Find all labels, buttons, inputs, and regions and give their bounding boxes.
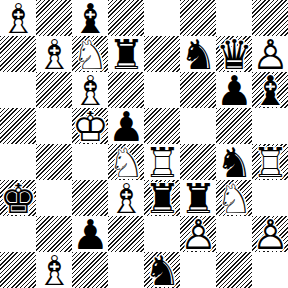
piece-halo: ♟ [252,217,288,252]
square-g1[interactable] [216,252,252,288]
square-c2[interactable]: ♟♟ [72,216,108,252]
square-f7[interactable]: ♞♞ [180,36,216,72]
square-h6[interactable]: ♝♝ [252,72,288,108]
square-e4[interactable]: ♜♖ [144,144,180,180]
square-b7[interactable]: ♝♗ [36,36,72,72]
square-g4[interactable]: ♞♞ [216,144,252,180]
piece-black-knight: ♞ [180,37,216,72]
square-c1[interactable] [72,252,108,288]
piece-halo: ♞ [216,181,252,216]
piece-white-bishop: ♗ [108,181,144,216]
piece-white-pawn: ♙ [252,37,288,72]
square-g3[interactable]: ♞♘ [216,180,252,216]
square-g8[interactable] [216,0,252,36]
square-e8[interactable] [144,0,180,36]
square-e5[interactable] [144,108,180,144]
piece-black-rook: ♜ [180,181,216,216]
square-f5[interactable] [180,108,216,144]
piece-black-bishop: ♝ [252,73,288,108]
square-b2[interactable] [36,216,72,252]
square-h1[interactable] [252,252,288,288]
piece-halo: ♝ [252,73,288,108]
square-a3[interactable]: ♚♚ [0,180,36,216]
piece-white-bishop: ♗ [36,253,72,288]
piece-white-bishop: ♗ [36,37,72,72]
piece-halo: ♜ [144,145,180,180]
piece-halo: ♟ [180,217,216,252]
piece-halo: ♟ [252,37,288,72]
piece-white-pawn: ♙ [180,217,216,252]
square-g6[interactable]: ♟♟ [216,72,252,108]
square-a4[interactable] [0,144,36,180]
square-b3[interactable] [36,180,72,216]
piece-halo: ♝ [72,73,108,108]
piece-halo: ♝ [108,181,144,216]
piece-halo: ♚ [0,181,36,216]
square-a1[interactable] [0,252,36,288]
square-h7[interactable]: ♟♙ [252,36,288,72]
piece-black-king: ♚ [0,181,36,216]
piece-white-rook: ♖ [252,145,288,180]
square-h4[interactable]: ♜♖ [252,144,288,180]
square-f6[interactable] [180,72,216,108]
piece-black-knight: ♞ [144,253,180,288]
piece-black-pawn: ♟ [72,217,108,252]
square-g5[interactable] [216,108,252,144]
piece-halo: ♟ [72,217,108,252]
square-g7[interactable]: ♛♛ [216,36,252,72]
piece-black-queen: ♛ [216,37,252,72]
piece-halo: ♞ [72,37,108,72]
square-c5[interactable]: ♚♔ [72,108,108,144]
square-a8[interactable]: ♝♗ [0,0,36,36]
square-c8[interactable]: ♝♝ [72,0,108,36]
square-f4[interactable] [180,144,216,180]
piece-white-rook: ♖ [144,145,180,180]
piece-halo: ♞ [108,145,144,180]
square-g2[interactable] [216,216,252,252]
square-e1[interactable]: ♞♞ [144,252,180,288]
piece-halo: ♝ [36,253,72,288]
square-a7[interactable] [0,36,36,72]
square-d6[interactable] [108,72,144,108]
piece-black-pawn: ♟ [216,73,252,108]
piece-halo: ♜ [144,181,180,216]
piece-white-bishop: ♗ [72,73,108,108]
piece-white-king: ♔ [72,109,108,144]
square-b6[interactable] [36,72,72,108]
square-e6[interactable] [144,72,180,108]
square-d7[interactable]: ♜♜ [108,36,144,72]
square-f3[interactable]: ♜♜ [180,180,216,216]
piece-white-knight: ♘ [108,145,144,180]
square-d2[interactable] [108,216,144,252]
square-d8[interactable] [108,0,144,36]
piece-halo: ♝ [36,37,72,72]
piece-white-bishop: ♗ [0,1,36,36]
piece-white-knight: ♘ [216,181,252,216]
chess-board: ♝♗♝♝♝♗♞♘♜♜♞♞♛♛♟♙♝♗♟♟♝♝♚♔♟♟♞♘♜♖♞♞♜♖♚♚♝♗♜♜… [0,0,288,288]
square-h8[interactable] [252,0,288,36]
square-h5[interactable] [252,108,288,144]
square-b4[interactable] [36,144,72,180]
piece-halo: ♚ [72,109,108,144]
square-f2[interactable]: ♟♙ [180,216,216,252]
square-h3[interactable] [252,180,288,216]
piece-black-pawn: ♟ [108,109,144,144]
piece-halo: ♞ [144,253,180,288]
piece-halo: ♜ [108,37,144,72]
square-d3[interactable]: ♝♗ [108,180,144,216]
square-e3[interactable]: ♜♜ [144,180,180,216]
square-d4[interactable]: ♞♘ [108,144,144,180]
square-b1[interactable]: ♝♗ [36,252,72,288]
piece-halo: ♟ [216,73,252,108]
square-b5[interactable] [36,108,72,144]
square-e7[interactable] [144,36,180,72]
piece-halo: ♜ [180,181,216,216]
square-f1[interactable] [180,252,216,288]
piece-black-bishop: ♝ [72,1,108,36]
square-c3[interactable] [72,180,108,216]
square-c7[interactable]: ♞♘ [72,36,108,72]
piece-halo: ♞ [180,37,216,72]
piece-halo: ♛ [216,37,252,72]
piece-black-knight: ♞ [216,145,252,180]
square-d1[interactable] [108,252,144,288]
square-a5[interactable] [0,108,36,144]
piece-halo: ♝ [72,1,108,36]
square-e2[interactable] [144,216,180,252]
square-d5[interactable]: ♟♟ [108,108,144,144]
square-a2[interactable] [0,216,36,252]
square-h2[interactable]: ♟♙ [252,216,288,252]
square-c4[interactable] [72,144,108,180]
piece-black-rook: ♜ [108,37,144,72]
square-f8[interactable] [180,0,216,36]
piece-halo: ♝ [0,1,36,36]
square-c6[interactable]: ♝♗ [72,72,108,108]
piece-halo: ♞ [216,145,252,180]
piece-halo: ♟ [108,109,144,144]
square-b8[interactable] [36,0,72,36]
piece-white-knight: ♘ [72,37,108,72]
piece-white-pawn: ♙ [252,217,288,252]
piece-halo: ♜ [252,145,288,180]
square-a6[interactable] [0,72,36,108]
piece-black-rook: ♜ [144,181,180,216]
